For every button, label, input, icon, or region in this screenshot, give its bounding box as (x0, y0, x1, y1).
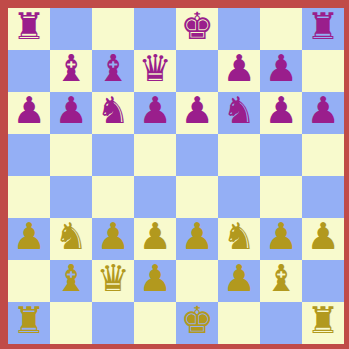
square-a6[interactable]: ♟ (8, 92, 50, 134)
square-g7[interactable]: ♟ (260, 50, 302, 92)
piece-black-knight[interactable]: ♞ (96, 92, 129, 132)
square-a2[interactable] (8, 260, 50, 302)
piece-black-pawn[interactable]: ♟ (54, 92, 87, 132)
chess-board: ♜♚♜♝♝♛♟♟♟♟♞♟♟♞♟♟♟♞♟♟♟♞♟♟♝♛♟♟♝♜♚♜ (8, 8, 344, 344)
square-c4[interactable] (92, 176, 134, 218)
square-a4[interactable] (8, 176, 50, 218)
square-d1[interactable] (134, 302, 176, 344)
piece-black-pawn[interactable]: ♟ (12, 92, 45, 132)
square-c2[interactable]: ♛ (92, 260, 134, 302)
piece-white-bishop[interactable]: ♝ (264, 260, 297, 300)
square-b6[interactable]: ♟ (50, 92, 92, 134)
square-f7[interactable]: ♟ (218, 50, 260, 92)
square-f8[interactable] (218, 8, 260, 50)
piece-white-knight[interactable]: ♞ (222, 218, 255, 258)
square-c6[interactable]: ♞ (92, 92, 134, 134)
square-f4[interactable] (218, 176, 260, 218)
square-h6[interactable]: ♟ (302, 92, 344, 134)
piece-white-queen[interactable]: ♛ (96, 260, 129, 300)
square-c5[interactable] (92, 134, 134, 176)
square-h4[interactable] (302, 176, 344, 218)
square-c7[interactable]: ♝ (92, 50, 134, 92)
square-c8[interactable] (92, 8, 134, 50)
square-g5[interactable] (260, 134, 302, 176)
piece-black-rook[interactable]: ♜ (306, 8, 339, 48)
square-h1[interactable]: ♜ (302, 302, 344, 344)
square-b2[interactable]: ♝ (50, 260, 92, 302)
square-h2[interactable] (302, 260, 344, 302)
square-d3[interactable]: ♟ (134, 218, 176, 260)
square-e8[interactable]: ♚ (176, 8, 218, 50)
square-a5[interactable] (8, 134, 50, 176)
square-f1[interactable] (218, 302, 260, 344)
piece-white-bishop[interactable]: ♝ (54, 260, 87, 300)
square-d8[interactable] (134, 8, 176, 50)
square-g3[interactable]: ♟ (260, 218, 302, 260)
square-h3[interactable]: ♟ (302, 218, 344, 260)
piece-black-pawn[interactable]: ♟ (180, 92, 213, 132)
square-g1[interactable] (260, 302, 302, 344)
square-f5[interactable] (218, 134, 260, 176)
piece-white-rook[interactable]: ♜ (306, 302, 339, 342)
square-e1[interactable]: ♚ (176, 302, 218, 344)
square-b4[interactable] (50, 176, 92, 218)
square-f2[interactable]: ♟ (218, 260, 260, 302)
piece-white-rook[interactable]: ♜ (12, 302, 45, 342)
square-c1[interactable] (92, 302, 134, 344)
square-e3[interactable]: ♟ (176, 218, 218, 260)
square-f3[interactable]: ♞ (218, 218, 260, 260)
square-d2[interactable]: ♟ (134, 260, 176, 302)
piece-black-king[interactable]: ♚ (180, 8, 213, 48)
square-e6[interactable]: ♟ (176, 92, 218, 134)
piece-white-pawn[interactable]: ♟ (222, 260, 255, 300)
piece-black-pawn[interactable]: ♟ (222, 50, 255, 90)
piece-black-pawn[interactable]: ♟ (138, 92, 171, 132)
piece-white-pawn[interactable]: ♟ (138, 260, 171, 300)
piece-black-knight[interactable]: ♞ (222, 92, 255, 132)
square-h8[interactable]: ♜ (302, 8, 344, 50)
square-e2[interactable] (176, 260, 218, 302)
square-b8[interactable] (50, 8, 92, 50)
square-b1[interactable] (50, 302, 92, 344)
piece-black-bishop[interactable]: ♝ (96, 50, 129, 90)
square-g8[interactable] (260, 8, 302, 50)
piece-black-rook[interactable]: ♜ (12, 8, 45, 48)
square-h7[interactable] (302, 50, 344, 92)
square-b5[interactable] (50, 134, 92, 176)
piece-white-knight[interactable]: ♞ (54, 218, 87, 258)
square-g6[interactable]: ♟ (260, 92, 302, 134)
piece-white-pawn[interactable]: ♟ (264, 218, 297, 258)
square-e5[interactable] (176, 134, 218, 176)
piece-black-pawn[interactable]: ♟ (264, 92, 297, 132)
square-g2[interactable]: ♝ (260, 260, 302, 302)
piece-white-pawn[interactable]: ♟ (138, 218, 171, 258)
square-e4[interactable] (176, 176, 218, 218)
piece-white-pawn[interactable]: ♟ (12, 218, 45, 258)
square-d6[interactable]: ♟ (134, 92, 176, 134)
square-c3[interactable]: ♟ (92, 218, 134, 260)
square-e7[interactable] (176, 50, 218, 92)
square-d4[interactable] (134, 176, 176, 218)
piece-white-pawn[interactable]: ♟ (96, 218, 129, 258)
square-f6[interactable]: ♞ (218, 92, 260, 134)
piece-white-king[interactable]: ♚ (180, 302, 213, 342)
square-h5[interactable] (302, 134, 344, 176)
square-a8[interactable]: ♜ (8, 8, 50, 50)
square-a1[interactable]: ♜ (8, 302, 50, 344)
square-a3[interactable]: ♟ (8, 218, 50, 260)
square-d5[interactable] (134, 134, 176, 176)
chess-board-frame: ♜♚♜♝♝♛♟♟♟♟♞♟♟♞♟♟♟♞♟♟♟♞♟♟♝♛♟♟♝♜♚♜ (0, 0, 349, 349)
square-b3[interactable]: ♞ (50, 218, 92, 260)
piece-white-pawn[interactable]: ♟ (306, 218, 339, 258)
piece-black-pawn[interactable]: ♟ (264, 50, 297, 90)
piece-black-bishop[interactable]: ♝ (54, 50, 87, 90)
piece-black-pawn[interactable]: ♟ (306, 92, 339, 132)
square-b7[interactable]: ♝ (50, 50, 92, 92)
piece-white-pawn[interactable]: ♟ (180, 218, 213, 258)
square-a7[interactable] (8, 50, 50, 92)
square-g4[interactable] (260, 176, 302, 218)
piece-black-queen[interactable]: ♛ (138, 50, 171, 90)
square-d7[interactable]: ♛ (134, 50, 176, 92)
